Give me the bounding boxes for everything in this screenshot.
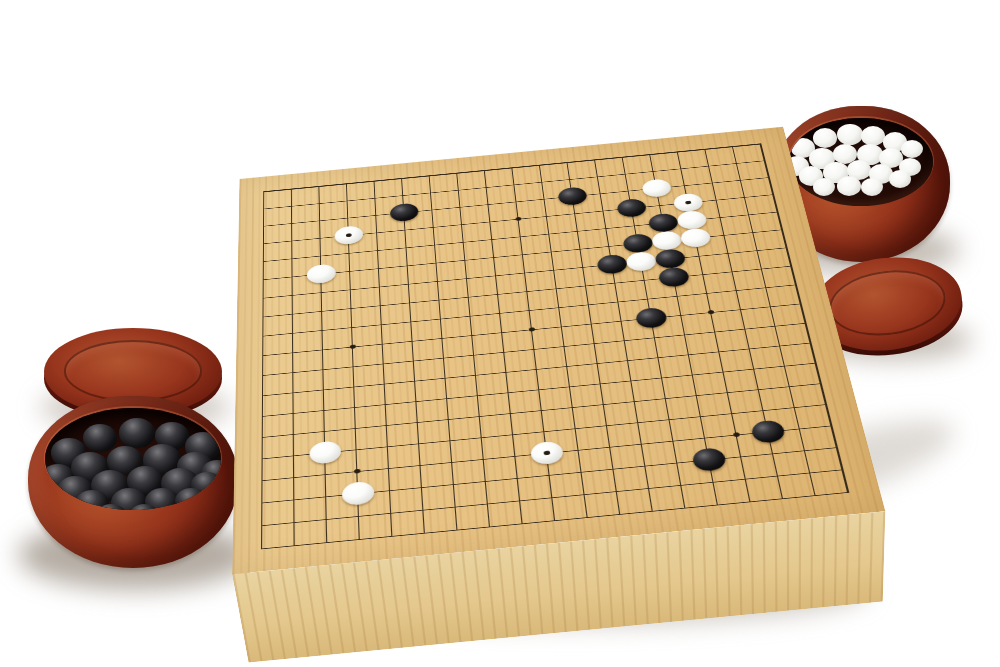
stone-white	[651, 230, 683, 251]
stone-white	[309, 440, 341, 465]
stone-black	[647, 213, 679, 233]
stone-black	[557, 186, 588, 206]
stone-black	[390, 202, 419, 222]
stone-black	[654, 248, 687, 269]
bowl-stone-black	[83, 424, 117, 452]
star-point	[529, 327, 535, 331]
stones-layer	[246, 134, 868, 561]
stone-white	[641, 178, 672, 198]
go-grid[interactable]	[261, 143, 849, 549]
stone-white	[530, 441, 564, 466]
stone-black	[596, 254, 628, 275]
stone-white	[676, 210, 708, 230]
stone-black	[635, 307, 668, 329]
goban	[148, 0, 918, 667]
bowl-stone-white	[901, 140, 923, 158]
bowl-stone-white	[889, 170, 911, 188]
star-point	[350, 344, 356, 348]
stone-white	[307, 263, 336, 284]
star-point	[733, 432, 740, 437]
stone-white	[679, 227, 712, 248]
stone-white	[625, 251, 657, 272]
star-point	[354, 469, 360, 474]
black-lid-ring	[64, 340, 203, 402]
stone-black	[657, 266, 690, 287]
star-point	[543, 450, 550, 455]
stone-black	[622, 233, 654, 254]
stone-black	[691, 447, 727, 472]
star-point	[708, 310, 715, 314]
goban-top-face	[232, 127, 885, 574]
stone-black	[750, 419, 786, 444]
stone-white	[342, 481, 375, 506]
stone-black	[616, 198, 647, 218]
go-scene	[0, 0, 1000, 667]
bowl-stone-black	[119, 418, 155, 448]
